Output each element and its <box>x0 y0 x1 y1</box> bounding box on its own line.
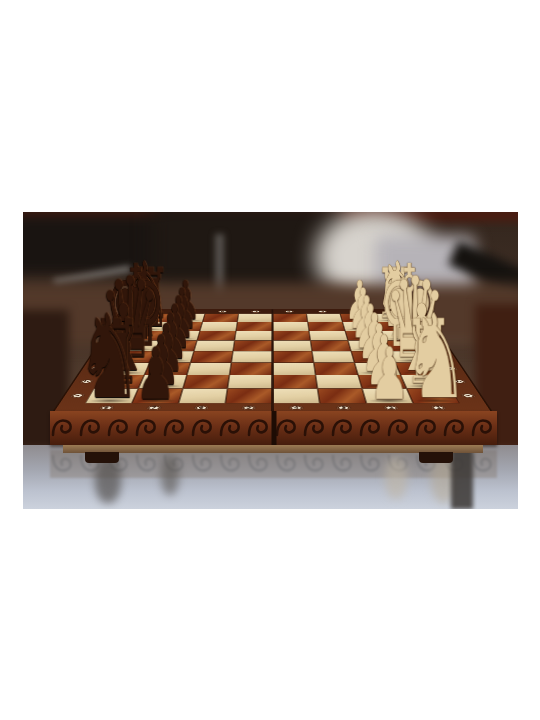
square-a1[interactable]: ♞ <box>407 388 460 403</box>
dark-piece-reflection <box>95 457 121 503</box>
square-a8[interactable]: ♞ <box>85 388 138 403</box>
rank-medallion-far-5: 5 <box>251 310 260 312</box>
square-d5[interactable] <box>232 351 273 362</box>
square-h6[interactable] <box>203 314 239 322</box>
square-e5[interactable] <box>233 341 272 351</box>
piece-dark-knight-a8[interactable]: ♞ <box>77 312 142 403</box>
square-h3[interactable] <box>306 314 342 322</box>
square-c3[interactable] <box>313 363 357 375</box>
square-g5[interactable] <box>236 322 272 331</box>
chess-board: ♜♟♟♜♞♟♟♞♝♟♟♝♚♟♟♚♛♟♟♛♝♟♟♝♜♟♟♜♞♟♟♞ 8765432… <box>54 212 491 412</box>
rank-medallion-8: 8 <box>99 405 114 409</box>
square-a7[interactable]: ♟ <box>132 388 183 403</box>
rank-medallion-4: 4 <box>290 405 303 409</box>
square-a6[interactable] <box>179 388 228 403</box>
apron-fold-seam <box>271 411 276 445</box>
square-d3[interactable] <box>312 351 355 362</box>
square-f6[interactable] <box>197 331 236 341</box>
square-b3[interactable] <box>315 375 362 389</box>
chess-photo-frame: ♜♟♟♜♞♟♟♞♝♟♟♝♚♟♟♚♛♟♟♛♝♟♟♝♜♟♟♜♞♟♟♞ 8765432… <box>23 212 518 509</box>
board-foot <box>85 452 119 463</box>
square-e6[interactable] <box>194 341 235 351</box>
table-leg-reflection <box>451 448 473 509</box>
rank-medallion-far-6: 6 <box>218 310 227 312</box>
square-d4[interactable] <box>273 351 314 362</box>
rank-medallion-1: 1 <box>431 405 446 409</box>
dark-piece-reflection <box>161 455 179 495</box>
board-foot <box>419 452 453 463</box>
square-g3[interactable] <box>307 322 345 331</box>
rank-medallion-far-3: 3 <box>318 310 327 312</box>
page: ♜♟♟♜♞♟♟♞♝♟♟♝♚♟♟♚♛♟♟♛♝♟♟♝♜♟♟♜♞♟♟♞ 8765432… <box>0 0 540 720</box>
square-g6[interactable] <box>200 322 238 331</box>
square-a4[interactable] <box>273 388 320 403</box>
square-b5[interactable] <box>228 375 273 389</box>
rank-medallion-2: 2 <box>384 405 398 409</box>
rank-medallion-5: 5 <box>242 405 255 409</box>
square-d6[interactable] <box>191 351 234 362</box>
square-a3[interactable] <box>317 388 366 403</box>
rank-medallion-7: 7 <box>147 405 161 409</box>
square-a5[interactable] <box>226 388 273 403</box>
square-e3[interactable] <box>310 341 351 351</box>
piece-light-knight-a1[interactable]: ♞ <box>404 312 469 403</box>
square-g4[interactable] <box>273 322 309 331</box>
rank-medallion-far-4: 4 <box>285 310 294 312</box>
square-b6[interactable] <box>183 375 230 389</box>
square-c5[interactable] <box>230 363 273 375</box>
square-h5[interactable] <box>238 314 273 322</box>
piece-dark-pawn-a7[interactable]: ♟ <box>136 346 176 402</box>
square-b4[interactable] <box>273 375 318 389</box>
apron-carving <box>50 411 497 445</box>
square-h4[interactable] <box>273 314 308 322</box>
square-f4[interactable] <box>273 331 311 341</box>
square-c6[interactable] <box>187 363 231 375</box>
rank-medallion-6: 6 <box>194 405 208 409</box>
square-c4[interactable] <box>273 363 316 375</box>
board-surface: ♜♟♟♜♞♟♟♞♝♟♟♝♚♟♟♚♛♟♟♛♝♟♟♝♜♟♟♜♞♟♟♞ 8765432… <box>54 309 491 412</box>
square-f3[interactable] <box>309 331 348 341</box>
square-a2[interactable]: ♟ <box>362 388 413 403</box>
piece-light-pawn-a2[interactable]: ♟ <box>369 346 409 402</box>
light-piece-reflection <box>385 457 407 499</box>
rank-medallion-3: 3 <box>337 405 351 409</box>
square-f5[interactable] <box>235 331 273 341</box>
square-e4[interactable] <box>273 341 312 351</box>
